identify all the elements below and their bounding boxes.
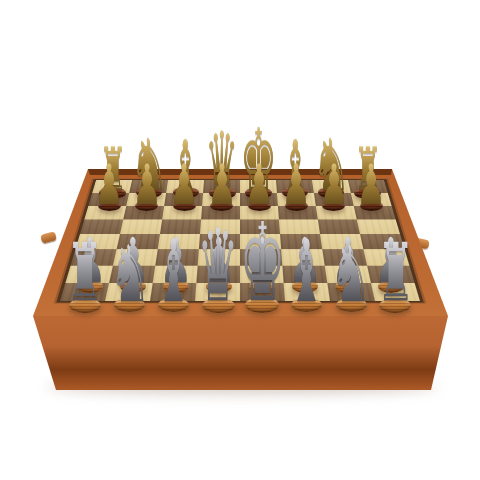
square-c7 [164, 193, 203, 206]
square-h8 [348, 180, 388, 192]
square-g8 [312, 180, 351, 192]
square-d3 [198, 249, 240, 265]
square-f1 [284, 283, 330, 301]
square-d4 [199, 234, 240, 249]
square-e4 [240, 234, 281, 249]
square-h3 [363, 249, 409, 265]
square-a6 [84, 206, 126, 220]
square-d5 [200, 219, 240, 234]
square-a3 [71, 249, 117, 265]
square-e2 [240, 266, 284, 283]
square-g5 [318, 219, 360, 234]
square-h1 [371, 283, 420, 301]
square-h7 [351, 193, 392, 206]
square-b7 [126, 193, 166, 206]
square-c4 [158, 234, 200, 249]
square-b5 [120, 219, 162, 234]
square-g4 [320, 234, 363, 249]
square-b8 [129, 180, 168, 192]
square-e6 [240, 206, 279, 220]
square-a1 [60, 283, 109, 301]
square-b3 [113, 249, 158, 265]
square-g1 [327, 283, 375, 301]
square-a5 [80, 219, 123, 234]
square-a7 [88, 193, 129, 206]
chess-set-photo: ♜♞♝♛♚♝♞♜♟♟♟♟♟♟♟♟♟♟♟♟♟♟♟♟♜♞♝♛♚♝♞♜ [0, 0, 480, 480]
square-b6 [123, 206, 164, 220]
square-h2 [367, 266, 414, 283]
square-g2 [325, 266, 371, 283]
square-d6 [201, 206, 240, 220]
square-c3 [155, 249, 199, 265]
square-f4 [280, 234, 322, 249]
square-f7 [277, 193, 316, 206]
square-f2 [282, 266, 327, 283]
square-f3 [281, 249, 325, 265]
square-h6 [354, 206, 396, 220]
square-g3 [322, 249, 367, 265]
square-c5 [160, 219, 201, 234]
square-c1 [150, 283, 196, 301]
square-e8 [240, 180, 277, 192]
square-g7 [314, 193, 354, 206]
square-d8 [203, 180, 240, 192]
square-b4 [117, 234, 160, 249]
square-f6 [278, 206, 318, 220]
square-h4 [360, 234, 405, 249]
square-c2 [153, 266, 198, 283]
square-b2 [109, 266, 155, 283]
square-c6 [162, 206, 202, 220]
square-d1 [195, 283, 240, 301]
square-a2 [65, 266, 112, 283]
square-f8 [276, 180, 314, 192]
square-b1 [105, 283, 153, 301]
square-e1 [240, 283, 285, 301]
square-a4 [75, 234, 120, 249]
square-a8 [92, 180, 132, 192]
square-d7 [202, 193, 240, 206]
square-e3 [240, 249, 282, 265]
square-h5 [357, 219, 400, 234]
square-g6 [316, 206, 357, 220]
chess-board [56, 179, 424, 302]
square-e5 [240, 219, 280, 234]
square-e7 [240, 193, 278, 206]
square-c8 [166, 180, 204, 192]
square-f5 [279, 219, 320, 234]
square-d2 [196, 266, 240, 283]
